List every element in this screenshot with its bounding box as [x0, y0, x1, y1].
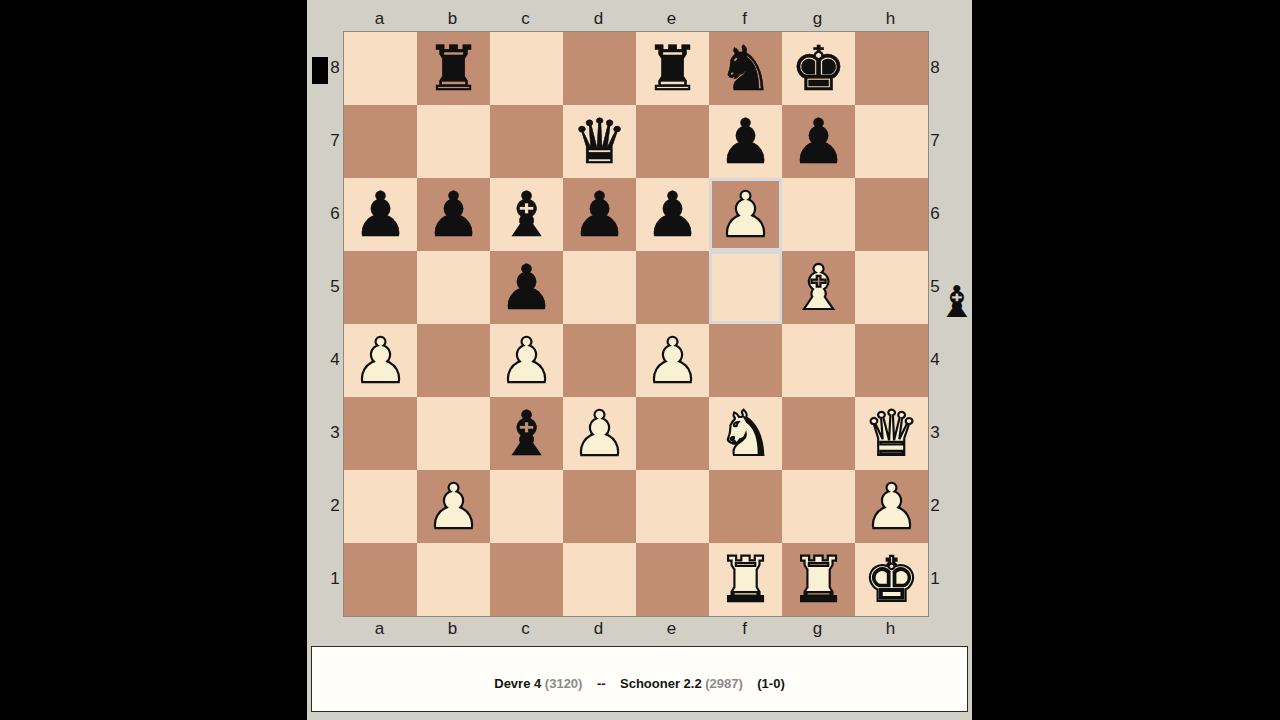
square-d3[interactable]: ♟ [563, 397, 636, 470]
square-g7[interactable]: ♟ [782, 105, 855, 178]
captured-piece-black-bishop-icon: ♝ [937, 280, 976, 324]
square-a5[interactable] [344, 251, 417, 324]
square-e2[interactable] [636, 470, 709, 543]
square-b2[interactable]: ♟ [417, 470, 490, 543]
rank-label-1: 1 [926, 542, 944, 615]
square-f2[interactable] [709, 470, 782, 543]
file-label-d: d [562, 9, 635, 29]
file-label-h: h [854, 9, 927, 29]
square-h6[interactable] [855, 178, 928, 251]
square-h3[interactable]: ♛ [855, 397, 928, 470]
black-player-rating: (2987) [702, 676, 743, 691]
square-f8[interactable]: ♞ [709, 32, 782, 105]
black-pawn: ♟ [718, 105, 774, 178]
white-queen: ♛ [864, 397, 920, 470]
square-a7[interactable] [344, 105, 417, 178]
white-knight: ♞ [718, 397, 774, 470]
square-b3[interactable] [417, 397, 490, 470]
white-rook: ♜ [791, 543, 847, 616]
black-player-name: Schooner 2.2 [620, 676, 702, 691]
square-g4[interactable] [782, 324, 855, 397]
rank-label-8: 8 [926, 31, 944, 104]
square-a2[interactable] [344, 470, 417, 543]
black-pawn: ♟ [426, 178, 482, 251]
file-label-g: g [781, 9, 854, 29]
players-line: Devre 4 (3120) -- Schooner 2.2 (2987) (1… [312, 677, 967, 691]
square-a1[interactable] [344, 543, 417, 616]
black-pawn: ♟ [353, 178, 409, 251]
rank-label-3: 3 [926, 396, 944, 469]
black-bishop: ♝ [499, 178, 555, 251]
white-king: ♚ [864, 543, 920, 616]
square-a8[interactable] [344, 32, 417, 105]
black-bishop: ♝ [499, 397, 555, 470]
square-f4[interactable] [709, 324, 782, 397]
square-h4[interactable] [855, 324, 928, 397]
square-c7[interactable] [490, 105, 563, 178]
file-label-d: d [562, 619, 635, 639]
square-b1[interactable] [417, 543, 490, 616]
square-b4[interactable] [417, 324, 490, 397]
square-d1[interactable] [563, 543, 636, 616]
rank-label-5: 5 [326, 250, 344, 323]
square-d7[interactable]: ♛ [563, 105, 636, 178]
file-label-e: e [635, 619, 708, 639]
file-label-e: e [635, 9, 708, 29]
square-e3[interactable] [636, 397, 709, 470]
square-c5[interactable]: ♟ [490, 251, 563, 324]
white-pawn: ♟ [572, 397, 628, 470]
square-c4[interactable]: ♟ [490, 324, 563, 397]
square-d5[interactable] [563, 251, 636, 324]
file-label-f: f [708, 9, 781, 29]
square-e6[interactable]: ♟ [636, 178, 709, 251]
white-pawn: ♟ [353, 324, 409, 397]
file-label-g: g [781, 619, 854, 639]
square-c8[interactable] [490, 32, 563, 105]
white-rook: ♜ [718, 543, 774, 616]
square-g8[interactable]: ♚ [782, 32, 855, 105]
chess-gui-panel: abcdefgh ♜♜♞♚♛♟♟♟♟♝♟♟♟♟♝♟♟♟♝♟♞♛♟♟♜♜♚ 876… [307, 0, 972, 720]
file-label-b: b [416, 9, 489, 29]
square-e8[interactable]: ♜ [636, 32, 709, 105]
rank-label-4: 4 [326, 323, 344, 396]
square-a4[interactable]: ♟ [344, 324, 417, 397]
square-b8[interactable]: ♜ [417, 32, 490, 105]
square-e1[interactable] [636, 543, 709, 616]
square-h5[interactable] [855, 251, 928, 324]
square-h1[interactable]: ♚ [855, 543, 928, 616]
rank-label-4: 4 [926, 323, 944, 396]
square-d4[interactable] [563, 324, 636, 397]
white-pawn: ♟ [718, 178, 774, 251]
square-c1[interactable] [490, 543, 563, 616]
square-h8[interactable] [855, 32, 928, 105]
square-f3[interactable]: ♞ [709, 397, 782, 470]
square-h7[interactable] [855, 105, 928, 178]
square-f1[interactable]: ♜ [709, 543, 782, 616]
white-bishop: ♝ [791, 251, 847, 324]
white-player-rating: (3120) [541, 676, 582, 691]
letterbox-left [0, 0, 307, 720]
file-label-c: c [489, 9, 562, 29]
black-queen: ♛ [572, 105, 628, 178]
square-b6[interactable]: ♟ [417, 178, 490, 251]
square-e5[interactable] [636, 251, 709, 324]
square-g1[interactable]: ♜ [782, 543, 855, 616]
black-rook: ♜ [645, 32, 701, 105]
black-king: ♚ [791, 32, 847, 105]
game-result: (1-0) [743, 676, 785, 691]
black-pawn: ♟ [572, 178, 628, 251]
square-a3[interactable] [344, 397, 417, 470]
video-frame: abcdefgh ♜♜♞♚♛♟♟♟♟♝♟♟♟♟♝♟♟♟♝♟♞♛♟♟♜♜♚ 876… [0, 0, 1280, 720]
rank-label-1: 1 [326, 542, 344, 615]
file-label-h: h [854, 619, 927, 639]
white-pawn: ♟ [426, 470, 482, 543]
black-pawn: ♟ [645, 178, 701, 251]
rank-label-8: 8 [326, 31, 344, 104]
square-h2[interactable]: ♟ [855, 470, 928, 543]
rank-labels-left: 87654321 [326, 31, 344, 615]
rank-label-6: 6 [326, 177, 344, 250]
square-f6[interactable]: ♟ [709, 178, 782, 251]
square-c6[interactable]: ♝ [490, 178, 563, 251]
chess-board: ♜♜♞♚♛♟♟♟♟♝♟♟♟♟♝♟♟♟♝♟♞♛♟♟♜♜♚ [343, 31, 929, 617]
white-player-name: Devre 4 [494, 676, 541, 691]
square-b7[interactable] [417, 105, 490, 178]
rank-label-7: 7 [926, 104, 944, 177]
square-g6[interactable] [782, 178, 855, 251]
square-e7[interactable] [636, 105, 709, 178]
rank-label-2: 2 [326, 469, 344, 542]
game-info-panel: Devre 4 (3120) -- Schooner 2.2 (2987) (1… [311, 646, 968, 712]
square-g5[interactable]: ♝ [782, 251, 855, 324]
square-d2[interactable] [563, 470, 636, 543]
black-pawn: ♟ [791, 105, 847, 178]
white-pawn: ♟ [499, 324, 555, 397]
square-a6[interactable]: ♟ [344, 178, 417, 251]
black-knight: ♞ [718, 32, 774, 105]
file-label-b: b [416, 619, 489, 639]
square-c3[interactable]: ♝ [490, 397, 563, 470]
white-pawn: ♟ [864, 470, 920, 543]
file-label-c: c [489, 619, 562, 639]
rank-label-3: 3 [326, 396, 344, 469]
square-g2[interactable] [782, 470, 855, 543]
square-e4[interactable]: ♟ [636, 324, 709, 397]
letterbox-right [972, 0, 1280, 720]
file-label-a: a [343, 619, 416, 639]
square-c2[interactable] [490, 470, 563, 543]
square-f5[interactable] [709, 251, 782, 324]
square-d8[interactable] [563, 32, 636, 105]
square-d6[interactable]: ♟ [563, 178, 636, 251]
file-label-a: a [343, 9, 416, 29]
square-g3[interactable] [782, 397, 855, 470]
file-labels-bottom: abcdefgh [343, 619, 927, 639]
file-labels-top: abcdefgh [343, 9, 927, 29]
white-pawn: ♟ [645, 324, 701, 397]
rank-label-2: 2 [926, 469, 944, 542]
rank-label-6: 6 [926, 177, 944, 250]
black-pawn: ♟ [499, 251, 555, 324]
rank-label-7: 7 [326, 104, 344, 177]
file-label-f: f [708, 619, 781, 639]
players-separator: -- [582, 676, 620, 691]
square-b5[interactable] [417, 251, 490, 324]
black-rook: ♜ [426, 32, 482, 105]
square-f7[interactable]: ♟ [709, 105, 782, 178]
